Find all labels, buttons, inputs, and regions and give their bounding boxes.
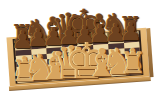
square-g1 (110, 70, 126, 76)
square-h1 (126, 69, 142, 75)
square-b1 (33, 75, 49, 81)
board-frame-right-edge (146, 28, 153, 77)
board-squares (13, 30, 144, 84)
square-f1 (95, 71, 111, 77)
square-d1 (64, 73, 80, 79)
square-e1 (79, 72, 95, 78)
square-a1 (17, 76, 33, 82)
chess-set-photo: ♜♞♝♛♚♝♞♜♟♟♟♟♟♟♟♟♟♟♟♟♟♟♟♟♜♞♝♛♚♝♞♜ (0, 0, 159, 102)
chess-board (6, 28, 149, 87)
square-c1 (48, 74, 64, 80)
